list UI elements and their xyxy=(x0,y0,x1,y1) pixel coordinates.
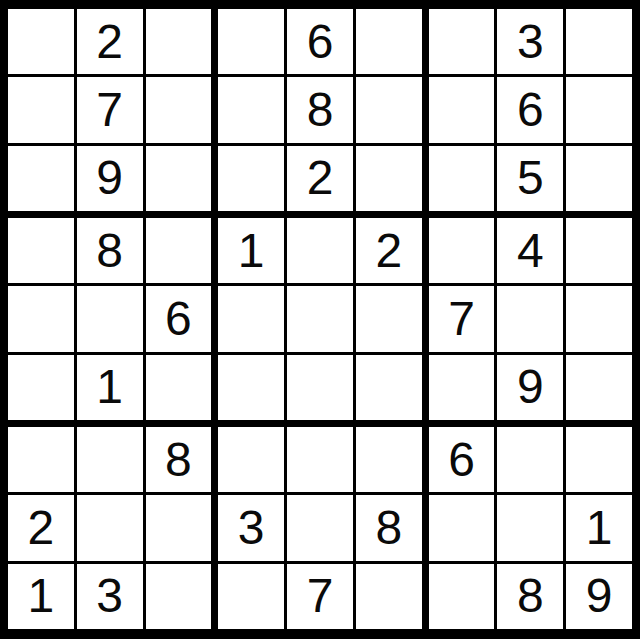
cell-r4c2: 8 xyxy=(77,218,143,283)
cell-r7c1[interactable] xyxy=(8,427,74,492)
cell-r9c2: 3 xyxy=(77,564,143,629)
cell-r5c2[interactable] xyxy=(77,286,143,351)
cell-r6c5[interactable] xyxy=(287,355,353,420)
cell-r4c9[interactable] xyxy=(566,218,632,283)
cell-r7c9[interactable] xyxy=(566,427,632,492)
cell-r6c4[interactable] xyxy=(218,355,284,420)
cell-r8c8[interactable] xyxy=(497,495,563,560)
cell-r6c6[interactable] xyxy=(356,355,422,420)
cell-r7c3: 8 xyxy=(146,427,212,492)
cell-r7c2[interactable] xyxy=(77,427,143,492)
cell-r8c5[interactable] xyxy=(287,495,353,560)
cell-r2c3[interactable] xyxy=(146,77,212,142)
cell-r3c3[interactable] xyxy=(146,146,212,211)
cell-r2c9[interactable] xyxy=(566,77,632,142)
cell-r1c5: 6 xyxy=(287,9,353,74)
cell-r5c5[interactable] xyxy=(287,286,353,351)
box-3-1: 8213 xyxy=(8,427,211,629)
cell-r3c1[interactable] xyxy=(8,146,74,211)
cell-r8c3[interactable] xyxy=(146,495,212,560)
cell-r2c6[interactable] xyxy=(356,77,422,142)
cell-r9c8: 8 xyxy=(497,564,563,629)
box-2-2: 12 xyxy=(218,218,421,420)
cell-r8c4: 3 xyxy=(218,495,284,560)
cell-r5c1[interactable] xyxy=(8,286,74,351)
cell-r3c6[interactable] xyxy=(356,146,422,211)
cell-r4c6: 2 xyxy=(356,218,422,283)
cell-r8c6: 8 xyxy=(356,495,422,560)
cell-r8c2[interactable] xyxy=(77,495,143,560)
cell-r1c8: 3 xyxy=(497,9,563,74)
cell-r1c7[interactable] xyxy=(429,9,495,74)
cell-r9c3[interactable] xyxy=(146,564,212,629)
cell-r1c6[interactable] xyxy=(356,9,422,74)
cell-r2c8: 6 xyxy=(497,77,563,142)
cell-r1c4[interactable] xyxy=(218,9,284,74)
cell-r2c5: 8 xyxy=(287,77,353,142)
cell-r2c7[interactable] xyxy=(429,77,495,142)
cell-r6c1[interactable] xyxy=(8,355,74,420)
cell-r3c5: 2 xyxy=(287,146,353,211)
cell-r5c8[interactable] xyxy=(497,286,563,351)
cell-r5c6[interactable] xyxy=(356,286,422,351)
cell-r6c2: 1 xyxy=(77,355,143,420)
cell-r4c1[interactable] xyxy=(8,218,74,283)
box-3-3: 6189 xyxy=(429,427,632,629)
cell-r9c4[interactable] xyxy=(218,564,284,629)
cell-r2c4[interactable] xyxy=(218,77,284,142)
cell-r9c1: 1 xyxy=(8,564,74,629)
sudoku-board: 2796823658611247982133876189 xyxy=(8,9,632,629)
cell-r3c7[interactable] xyxy=(429,146,495,211)
cell-r3c2: 9 xyxy=(77,146,143,211)
box-1-1: 279 xyxy=(8,9,211,211)
cell-r3c9[interactable] xyxy=(566,146,632,211)
cell-r3c4[interactable] xyxy=(218,146,284,211)
cell-r8c9: 1 xyxy=(566,495,632,560)
cell-r9c6[interactable] xyxy=(356,564,422,629)
cell-r6c8: 9 xyxy=(497,355,563,420)
cell-r2c1[interactable] xyxy=(8,77,74,142)
cell-r5c7: 7 xyxy=(429,286,495,351)
cell-r8c7[interactable] xyxy=(429,495,495,560)
cell-r4c4: 1 xyxy=(218,218,284,283)
cell-r6c7[interactable] xyxy=(429,355,495,420)
cell-r1c9[interactable] xyxy=(566,9,632,74)
box-2-3: 479 xyxy=(429,218,632,420)
cell-r7c7: 6 xyxy=(429,427,495,492)
cell-r4c7[interactable] xyxy=(429,218,495,283)
cell-r5c4[interactable] xyxy=(218,286,284,351)
cell-r1c2: 2 xyxy=(77,9,143,74)
cell-r4c8: 4 xyxy=(497,218,563,283)
box-1-2: 682 xyxy=(218,9,421,211)
cell-r1c3[interactable] xyxy=(146,9,212,74)
cell-r5c3: 6 xyxy=(146,286,212,351)
cell-r9c9: 9 xyxy=(566,564,632,629)
cell-r3c8: 5 xyxy=(497,146,563,211)
cell-r9c5: 7 xyxy=(287,564,353,629)
box-3-2: 387 xyxy=(218,427,421,629)
cell-r5c9[interactable] xyxy=(566,286,632,351)
box-1-3: 365 xyxy=(429,9,632,211)
sudoku-puzzle: 2796823658611247982133876189 xyxy=(0,0,640,639)
cell-r6c3[interactable] xyxy=(146,355,212,420)
cell-r9c7[interactable] xyxy=(429,564,495,629)
cell-r4c3[interactable] xyxy=(146,218,212,283)
cell-r7c5[interactable] xyxy=(287,427,353,492)
cell-r6c9[interactable] xyxy=(566,355,632,420)
cell-r7c4[interactable] xyxy=(218,427,284,492)
cell-r7c8[interactable] xyxy=(497,427,563,492)
cell-r8c1: 2 xyxy=(8,495,74,560)
cell-r2c2: 7 xyxy=(77,77,143,142)
cell-r1c1[interactable] xyxy=(8,9,74,74)
cell-r4c5[interactable] xyxy=(287,218,353,283)
cell-r7c6[interactable] xyxy=(356,427,422,492)
box-2-1: 861 xyxy=(8,218,211,420)
